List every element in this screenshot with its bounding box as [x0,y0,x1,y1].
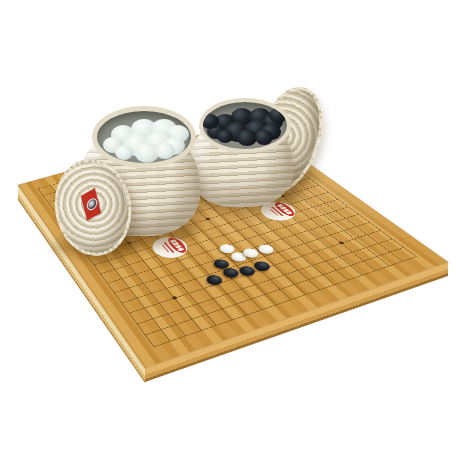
black-bowl-opening [199,98,291,153]
red-diamond-label [81,188,101,220]
black-stone-bowl [189,97,293,207]
label-emblem-icon [86,196,99,212]
white-bowl-stone [115,145,133,160]
black-bowl-stone [201,114,219,129]
black-bowl-stone [269,108,287,123]
black-bowl-stone [217,130,233,143]
sticker-character-glyph [286,211,293,215]
sticker-character-glyph [177,247,184,251]
black-bowl-stone [237,130,257,146]
white-bowl-stone [155,143,175,159]
white-bowl-opening [92,106,196,168]
go-set-product-photo [0,0,458,458]
black-bowl-stone [255,130,273,145]
